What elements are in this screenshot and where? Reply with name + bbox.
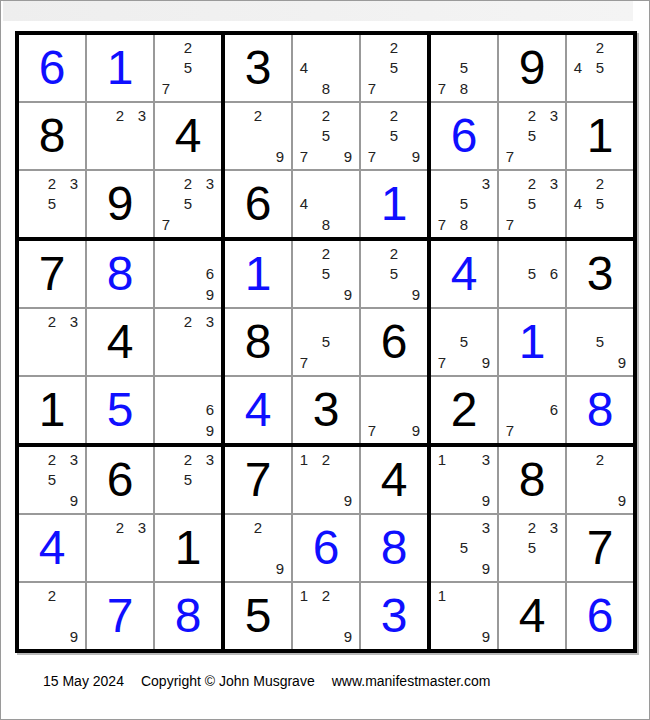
cell-r2c7[interactable]: 6 (431, 103, 497, 169)
pencil-slot-empty (177, 400, 199, 421)
pencil-slot-empty (431, 470, 453, 491)
pencil-slot-empty (521, 284, 543, 305)
cell-r3c4[interactable]: 6 (225, 171, 291, 237)
pencil-slot-empty (337, 194, 359, 215)
pencil-mark: 7 (431, 214, 453, 235)
pencil-slot-empty (405, 105, 427, 126)
cell-r9c6[interactable]: 3 (361, 583, 427, 649)
pencil-slot-empty (499, 105, 521, 126)
pencil-slot-empty (293, 470, 315, 491)
pencil-mark: 2 (177, 311, 199, 332)
cell-r2c8[interactable]: 2357 (499, 103, 565, 169)
cell-r5c8[interactable]: 1 (499, 309, 565, 375)
pencil-mark: 2 (315, 585, 337, 606)
pencil-slot-empty (109, 538, 131, 559)
pencil-mark: 5 (41, 470, 63, 491)
pencil-slot-empty (589, 490, 611, 511)
pencil-slot-empty (567, 490, 589, 511)
pencil-mark: 5 (589, 58, 611, 79)
cell-r1c5[interactable]: 48 (293, 35, 359, 101)
cell-r3c9[interactable]: 245 (567, 171, 633, 237)
pencil-slot-empty (543, 558, 565, 579)
pencil-slot-empty (499, 538, 521, 559)
pencil-slot-empty (521, 420, 543, 441)
cell-r2c5[interactable]: 2579 (293, 103, 359, 169)
cell-r4c4[interactable]: 1 (225, 241, 291, 307)
cell-r3c1[interactable]: 235 (19, 171, 85, 237)
pencil-slot-empty (155, 58, 177, 79)
pencil-slot-empty (199, 352, 221, 373)
pencil-mark: 7 (499, 146, 521, 167)
pencil-slot-empty (315, 58, 337, 79)
given-digit: 3 (587, 250, 614, 298)
pencil-mark: 7 (431, 78, 453, 99)
solved-digit: 8 (381, 524, 408, 572)
cell-r5c1[interactable]: 23 (19, 309, 85, 375)
cell-r9c3[interactable]: 8 (155, 583, 221, 649)
pencil-slot-empty (19, 606, 41, 627)
cell-r6c4[interactable]: 4 (225, 377, 291, 443)
pencil-slot-empty (199, 490, 221, 511)
pencil-slot-empty (431, 558, 453, 579)
pencil-slot-empty (405, 400, 427, 421)
given-digit: 7 (587, 524, 614, 572)
pencil-mark: 3 (543, 105, 565, 126)
pencil-slot-empty (315, 490, 337, 511)
cell-r2c3[interactable]: 4 (155, 103, 221, 169)
pencil-mark: 4 (567, 194, 589, 215)
pencil-slot-empty (177, 78, 199, 99)
pencil-slot-empty (87, 538, 109, 559)
pencil-slot-empty (337, 243, 359, 264)
pencil-slot-empty (543, 284, 565, 305)
pencil-slot-empty (589, 352, 611, 373)
pencil-slot-empty (155, 37, 177, 58)
pencil-mark: 7 (361, 146, 383, 167)
cell-r6c8[interactable]: 67 (499, 377, 565, 443)
pencil-slot-empty (589, 78, 611, 99)
cell-r1c3[interactable]: 257 (155, 35, 221, 101)
given-digit: 6 (107, 456, 134, 504)
pencil-slot-empty (611, 173, 633, 194)
cell-r9c2[interactable]: 7 (87, 583, 153, 649)
pencil-slot-empty (293, 332, 315, 353)
footer-date: 15 May 2024 (43, 673, 124, 689)
pencil-slot-empty (405, 126, 427, 147)
pencil-slot-empty (337, 332, 359, 353)
pencil-slot-empty (19, 194, 41, 215)
pencil-slot-empty (155, 449, 177, 470)
cell-r1c1[interactable]: 6 (19, 35, 85, 101)
cell-r6c2[interactable]: 5 (87, 377, 153, 443)
pencil-slot-empty (155, 420, 177, 441)
cell-r8c2[interactable]: 23 (87, 515, 153, 581)
cell-r7c9[interactable]: 29 (567, 447, 633, 513)
pencil-slot-empty (155, 284, 177, 305)
pencil-slot-empty (337, 58, 359, 79)
cell-r5c2[interactable]: 4 (87, 309, 153, 375)
cell-r2c1[interactable]: 8 (19, 103, 85, 169)
pencil-slot-empty (521, 146, 543, 167)
box-2: 34825729257925796481 (225, 35, 427, 237)
solved-digit: 1 (107, 44, 134, 92)
pencil-slot-empty (131, 146, 153, 167)
pencil-mark: 9 (405, 420, 427, 441)
cell-r7c8[interactable]: 8 (499, 447, 565, 513)
cell-r8c7[interactable]: 359 (431, 515, 497, 581)
pencil-slot-empty (567, 332, 589, 353)
pencil-mark: 5 (315, 126, 337, 147)
cell-r4c1[interactable]: 7 (19, 241, 85, 307)
pencil-slot-empty (315, 606, 337, 627)
cell-r3c6[interactable]: 1 (361, 171, 427, 237)
pencil-slot-empty (453, 606, 475, 627)
pencil-mark: 5 (383, 126, 405, 147)
pencil-mark: 6 (543, 264, 565, 285)
pencil-mark: 2 (589, 37, 611, 58)
cell-r4c8[interactable]: 56 (499, 241, 565, 307)
pencil-mark: 9 (63, 626, 85, 647)
pencil-slot-empty (199, 214, 221, 235)
cell-r7c1[interactable]: 2359 (19, 447, 85, 513)
pencil-mark: 5 (521, 538, 543, 559)
box-6: 45635791592678 (431, 241, 633, 443)
solved-digit: 1 (519, 318, 546, 366)
pencil-slot-empty (63, 194, 85, 215)
cell-r9c1[interactable]: 29 (19, 583, 85, 649)
pencil-slot-empty (155, 470, 177, 491)
pencil-slot-empty (293, 126, 315, 147)
pencil-slot-empty (453, 490, 475, 511)
cell-r7c5[interactable]: 129 (293, 447, 359, 513)
cell-r3c8[interactable]: 2357 (499, 171, 565, 237)
cell-r4c2[interactable]: 8 (87, 241, 153, 307)
pencil-mark: 2 (177, 449, 199, 470)
pencil-slot-empty (405, 58, 427, 79)
pencil-slot-empty (63, 470, 85, 491)
pencil-slot-empty (337, 311, 359, 332)
cell-r6c7[interactable]: 2 (431, 377, 497, 443)
pencil-slot-empty (63, 606, 85, 627)
pencil-slot-empty (293, 626, 315, 647)
pencil-slot-empty (543, 146, 565, 167)
cell-r8c5[interactable]: 6 (293, 515, 359, 581)
pencil-mark: 2 (41, 585, 63, 606)
cell-r6c1[interactable]: 1 (19, 377, 85, 443)
cell-r1c8[interactable]: 9 (499, 35, 565, 101)
pencil-slot-empty (361, 379, 383, 400)
pencil-slot-empty (199, 194, 221, 215)
pencil-slot-empty (475, 214, 497, 235)
pencil-mark: 3 (199, 173, 221, 194)
pencil-slot-empty (19, 332, 41, 353)
pencil-mark: 5 (453, 332, 475, 353)
cell-r1c7[interactable]: 578 (431, 35, 497, 101)
cell-r8c3[interactable]: 1 (155, 515, 221, 581)
cell-r7c6[interactable]: 4 (361, 447, 427, 513)
pencil-slot-empty (225, 558, 247, 579)
pencil-mark: 6 (199, 400, 221, 421)
cell-r1c9[interactable]: 245 (567, 35, 633, 101)
pencil-slot-empty (453, 37, 475, 58)
solved-digit: 4 (39, 524, 66, 572)
pencil-mark: 9 (199, 284, 221, 305)
pencil-mark: 3 (131, 105, 153, 126)
cell-r8c1[interactable]: 4 (19, 515, 85, 581)
cell-r5c9[interactable]: 59 (567, 309, 633, 375)
cell-r3c7[interactable]: 3578 (431, 171, 497, 237)
pencil-slot-empty (293, 78, 315, 99)
cell-r8c9[interactable]: 7 (567, 515, 633, 581)
pencil-slot-empty (383, 379, 405, 400)
cell-r7c3[interactable]: 235 (155, 447, 221, 513)
pencil-mark: 2 (41, 173, 63, 194)
pencil-mark: 7 (361, 78, 383, 99)
pencil-slot-empty (611, 78, 633, 99)
pencil-slot-empty (41, 352, 63, 373)
solved-digit: 7 (107, 592, 134, 640)
cell-r2c9[interactable]: 1 (567, 103, 633, 169)
cell-r4c9[interactable]: 3 (567, 241, 633, 307)
given-digit: 7 (245, 456, 272, 504)
pencil-slot-empty (109, 126, 131, 147)
pencil-mark: 5 (589, 332, 611, 353)
cell-r2c6[interactable]: 2579 (361, 103, 427, 169)
cell-r6c3[interactable]: 69 (155, 377, 221, 443)
pencil-slot-empty (405, 78, 427, 99)
pencil-slot-empty (475, 585, 497, 606)
pencil-mark: 1 (431, 449, 453, 470)
box-7: 2359623542312978 (19, 447, 221, 649)
cell-r9c9[interactable]: 6 (567, 583, 633, 649)
pencil-slot-empty (199, 37, 221, 58)
pencil-mark: 2 (41, 449, 63, 470)
pencil-mark: 5 (453, 58, 475, 79)
pencil-slot-empty (431, 626, 453, 647)
pencil-slot-empty (155, 400, 177, 421)
solved-digit: 1 (245, 250, 272, 298)
pencil-slot-empty (453, 626, 475, 647)
pencil-slot-empty (225, 146, 247, 167)
cell-r9c7[interactable]: 19 (431, 583, 497, 649)
pencil-slot-empty (293, 264, 315, 285)
pencil-slot-empty (361, 400, 383, 421)
pencil-mark: 2 (315, 105, 337, 126)
pencil-mark: 9 (337, 626, 359, 647)
pencil-slot-empty (19, 470, 41, 491)
pencil-mark: 5 (589, 194, 611, 215)
pencil-slot-empty (315, 37, 337, 58)
cell-r1c6[interactable]: 257 (361, 35, 427, 101)
pencil-mark: 3 (63, 173, 85, 194)
pencil-slot-empty (269, 538, 291, 559)
pencil-slot-empty (63, 352, 85, 373)
given-digit: 9 (519, 44, 546, 92)
pencil-mark: 3 (475, 517, 497, 538)
pencil-mark: 8 (453, 78, 475, 99)
cell-r5c4[interactable]: 8 (225, 309, 291, 375)
pencil-mark: 2 (315, 449, 337, 470)
sudoku-board: 6125782342359235734825729257925796481578… (15, 31, 637, 653)
cell-r6c5[interactable]: 3 (293, 377, 359, 443)
pencil-slot-empty (431, 490, 453, 511)
pencil-slot-empty (131, 538, 153, 559)
cell-r2c4[interactable]: 29 (225, 103, 291, 169)
pencil-mark: 3 (199, 311, 221, 332)
pencil-mark: 3 (475, 173, 497, 194)
pencil-slot-empty (87, 517, 109, 538)
cell-r1c4[interactable]: 3 (225, 35, 291, 101)
pencil-slot-empty (499, 284, 521, 305)
given-digit: 8 (39, 112, 66, 160)
pencil-slot-empty (383, 146, 405, 167)
pencil-slot-empty (337, 78, 359, 99)
box-9: 13982935923571946 (431, 447, 633, 649)
pencil-slot-empty (269, 126, 291, 147)
given-digit: 6 (381, 318, 408, 366)
cell-r7c4[interactable]: 7 (225, 447, 291, 513)
pencil-slot-empty (41, 606, 63, 627)
pencil-slot-empty (337, 105, 359, 126)
given-digit: 1 (587, 112, 614, 160)
pencil-slot-empty (499, 264, 521, 285)
pencil-mark: 9 (475, 626, 497, 647)
pencil-mark: 9 (337, 146, 359, 167)
footer: 15 May 2024 Copyright © John Musgrave ww… (43, 672, 490, 690)
pencil-slot-empty (293, 490, 315, 511)
pencil-mark: 6 (543, 400, 565, 421)
pencil-slot-empty (543, 126, 565, 147)
pencil-slot-empty (337, 214, 359, 235)
cell-r3c2[interactable]: 9 (87, 171, 153, 237)
pencil-slot-empty (521, 400, 543, 421)
pencil-slot-empty (567, 214, 589, 235)
pencil-slot-empty (361, 284, 383, 305)
pencil-slot-empty (383, 78, 405, 99)
pencil-mark: 9 (63, 490, 85, 511)
pencil-slot-empty (199, 243, 221, 264)
cell-r4c3[interactable]: 69 (155, 241, 221, 307)
pencil-mark: 9 (337, 490, 359, 511)
cell-r5c5[interactable]: 57 (293, 309, 359, 375)
pencil-slot-empty (499, 558, 521, 579)
cell-r5c3[interactable]: 23 (155, 309, 221, 375)
pencil-slot-empty (269, 105, 291, 126)
cell-r3c5[interactable]: 48 (293, 171, 359, 237)
pencil-slot-empty (431, 194, 453, 215)
pencil-slot-empty (41, 626, 63, 647)
cell-r7c7[interactable]: 139 (431, 447, 497, 513)
pencil-slot-empty (293, 105, 315, 126)
pencil-mark: 5 (315, 332, 337, 353)
cell-r9c4[interactable]: 5 (225, 583, 291, 649)
pencil-slot-empty (337, 173, 359, 194)
cell-r4c6[interactable]: 259 (361, 241, 427, 307)
pencil-slot-empty (269, 517, 291, 538)
given-digit: 8 (245, 318, 272, 366)
pencil-slot-empty (155, 332, 177, 353)
cell-r9c5[interactable]: 129 (293, 583, 359, 649)
pencil-mark: 3 (543, 517, 565, 538)
pencil-slot-empty (383, 400, 405, 421)
cell-r8c4[interactable]: 29 (225, 515, 291, 581)
pencil-slot-empty (361, 105, 383, 126)
solved-digit: 6 (39, 44, 66, 92)
pencil-slot-empty (87, 146, 109, 167)
pencil-slot-empty (611, 58, 633, 79)
pencil-slot-empty (567, 449, 589, 470)
pencil-mark: 9 (405, 284, 427, 305)
pencil-slot-empty (155, 379, 177, 400)
cell-r2c2[interactable]: 23 (87, 103, 153, 169)
cell-r5c7[interactable]: 579 (431, 309, 497, 375)
pencil-slot-empty (199, 332, 221, 353)
pencil-slot-empty (475, 606, 497, 627)
pencil-slot-empty (63, 332, 85, 353)
pencil-mark: 7 (499, 420, 521, 441)
cell-r5c6[interactable]: 6 (361, 309, 427, 375)
cell-r8c6[interactable]: 8 (361, 515, 427, 581)
cell-r9c8[interactable]: 4 (499, 583, 565, 649)
pencil-slot-empty (177, 284, 199, 305)
pencil-slot-empty (431, 332, 453, 353)
pencil-slot-empty (315, 284, 337, 305)
box-8: 71294296851293 (225, 447, 427, 649)
cell-r7c2[interactable]: 6 (87, 447, 153, 513)
pencil-slot-empty (293, 243, 315, 264)
pencil-slot-empty (337, 352, 359, 373)
pencil-slot-empty (431, 37, 453, 58)
pencil-slot-empty (475, 470, 497, 491)
pencil-slot-empty (41, 490, 63, 511)
cell-r4c5[interactable]: 259 (293, 241, 359, 307)
pencil-slot-empty (109, 146, 131, 167)
pencil-mark: 9 (269, 558, 291, 579)
given-digit: 1 (175, 524, 202, 572)
pencil-slot-empty (361, 126, 383, 147)
cell-r1c2[interactable]: 1 (87, 35, 153, 101)
pencil-slot-empty (383, 420, 405, 441)
pencil-slot-empty (225, 126, 247, 147)
cell-r3c3[interactable]: 2357 (155, 171, 221, 237)
pencil-slot-empty (453, 449, 475, 470)
pencil-mark: 9 (405, 146, 427, 167)
pencil-mark: 2 (521, 517, 543, 538)
pencil-slot-empty (87, 105, 109, 126)
pencil-mark: 9 (475, 490, 497, 511)
pencil-mark: 2 (177, 173, 199, 194)
pencil-mark: 5 (383, 264, 405, 285)
cell-r6c9[interactable]: 8 (567, 377, 633, 443)
cell-r6c6[interactable]: 79 (361, 377, 427, 443)
pencil-slot-empty (87, 558, 109, 579)
pencil-slot-empty (453, 558, 475, 579)
cell-r4c7[interactable]: 4 (431, 241, 497, 307)
pencil-slot-empty (475, 78, 497, 99)
solved-digit: 6 (587, 592, 614, 640)
given-digit: 6 (245, 180, 272, 228)
cell-r8c8[interactable]: 235 (499, 515, 565, 581)
pencil-slot-empty (247, 126, 269, 147)
pencil-mark: 3 (475, 449, 497, 470)
pencil-slot-empty (177, 420, 199, 441)
pencil-slot-empty (337, 470, 359, 491)
pencil-mark: 2 (521, 105, 543, 126)
pencil-slot-empty (225, 538, 247, 559)
pencil-slot-empty (453, 311, 475, 332)
pencil-slot-empty (431, 173, 453, 194)
pencil-slot-empty (131, 126, 153, 147)
